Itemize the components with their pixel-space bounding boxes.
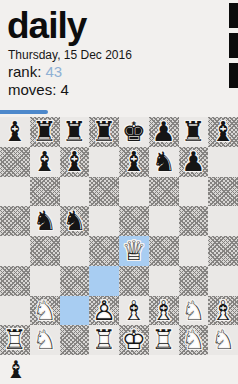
square-g7[interactable]: ♟	[179, 147, 209, 177]
piece-white-bishop: ♝	[208, 296, 238, 326]
square-h4[interactable]	[208, 236, 238, 266]
piece-white-bishop: ♝	[149, 296, 179, 326]
rank-value: 43	[46, 63, 63, 80]
square-f5[interactable]	[149, 206, 179, 236]
page-title: daily	[7, 4, 86, 48]
piece-black-rook: ♜	[89, 117, 119, 147]
square-e6[interactable]	[119, 177, 149, 207]
square-e4[interactable]: ♛	[119, 236, 149, 266]
really-bad-chess-screen: daily Thursday, 15 Dec 2016 rank: 43 mov…	[0, 0, 238, 384]
moves-label: moves:	[8, 81, 56, 98]
piece-black-bishop: ♝	[60, 147, 90, 177]
piece-black-king: ♚	[119, 117, 149, 147]
square-a3[interactable]	[0, 266, 30, 296]
square-a8[interactable]: ♝	[0, 117, 30, 147]
square-c5[interactable]: ♞	[60, 206, 90, 236]
square-f2[interactable]: ♝	[149, 296, 179, 326]
square-d8[interactable]: ♜	[89, 117, 119, 147]
square-b3[interactable]	[30, 266, 60, 296]
piece-black-rook: ♜	[30, 117, 60, 147]
piece-white-knight: ♞	[179, 296, 209, 326]
square-h2[interactable]: ♝	[208, 296, 238, 326]
square-a7[interactable]	[0, 147, 30, 177]
square-d5[interactable]	[89, 206, 119, 236]
piece-white-knight: ♞	[30, 296, 60, 326]
piece-black-bishop: ♝	[0, 117, 30, 147]
piece-black-pawn: ♟	[179, 147, 209, 177]
square-b8[interactable]: ♜	[30, 117, 60, 147]
square-b1[interactable]: ♞	[30, 325, 60, 355]
piece-black-knight: ♞	[30, 206, 60, 236]
square-g8[interactable]: ♜	[179, 117, 209, 147]
square-f1[interactable]: ♜	[149, 325, 179, 355]
square-a6[interactable]	[0, 177, 30, 207]
square-g3[interactable]	[179, 266, 209, 296]
square-d7[interactable]	[89, 147, 119, 177]
chess-board: ♝♜♜♜♚♟♜♝♝♝♝♞♟♞♞♛♞♟♝♝♞♝♜♞♜♚♜♞♞	[0, 117, 238, 355]
piece-black-pawn: ♟	[149, 117, 179, 147]
square-e1[interactable]: ♚	[119, 325, 149, 355]
piece-black-rook: ♜	[60, 117, 90, 147]
square-b4[interactable]	[30, 236, 60, 266]
square-h7[interactable]	[208, 147, 238, 177]
square-g4[interactable]	[179, 236, 209, 266]
square-a5[interactable]	[0, 206, 30, 236]
square-g6[interactable]	[179, 177, 209, 207]
moves-value: 4	[61, 81, 69, 98]
piece-white-queen: ♛	[119, 236, 149, 266]
piece-black-bishop: ♝	[208, 117, 238, 147]
hamburger-menu-icon	[229, 63, 238, 88]
piece-white-king: ♚	[119, 325, 149, 355]
square-h6[interactable]	[208, 177, 238, 207]
square-e3[interactable]	[119, 266, 149, 296]
square-e8[interactable]: ♚	[119, 117, 149, 147]
piece-white-rook: ♜	[149, 325, 179, 355]
square-e5[interactable]	[119, 206, 149, 236]
piece-white-rook: ♜	[89, 325, 119, 355]
rank-line: rank: 43	[8, 63, 62, 80]
square-g2[interactable]: ♞	[179, 296, 209, 326]
square-b2[interactable]: ♞	[30, 296, 60, 326]
piece-black-knight: ♞	[149, 147, 179, 177]
square-a1[interactable]: ♜	[0, 325, 30, 355]
square-h8[interactable]: ♝	[208, 117, 238, 147]
square-d6[interactable]	[89, 177, 119, 207]
square-b6[interactable]	[30, 177, 60, 207]
square-h5[interactable]	[208, 206, 238, 236]
piece-white-knight: ♞	[30, 325, 60, 355]
square-f6[interactable]	[149, 177, 179, 207]
square-b5[interactable]: ♞	[30, 206, 60, 236]
square-f8[interactable]: ♟	[149, 117, 179, 147]
moves-line: moves: 4	[8, 81, 69, 98]
piece-white-bishop: ♝	[119, 296, 149, 326]
square-h1[interactable]: ♞	[208, 325, 238, 355]
square-e2[interactable]: ♝	[119, 296, 149, 326]
captured-black-bishop: ♝	[4, 356, 28, 384]
piece-white-rook: ♜	[0, 325, 30, 355]
square-e7[interactable]: ♝	[119, 147, 149, 177]
square-g5[interactable]	[179, 206, 209, 236]
square-h3[interactable]	[208, 266, 238, 296]
piece-white-knight: ♞	[179, 325, 209, 355]
square-d1[interactable]: ♜	[89, 325, 119, 355]
square-c8[interactable]: ♜	[60, 117, 90, 147]
captured-pieces-tray: ♝	[4, 356, 234, 384]
square-a4[interactable]	[0, 236, 30, 266]
square-f7[interactable]: ♞	[149, 147, 179, 177]
square-b7[interactable]: ♝	[30, 147, 60, 177]
square-a2[interactable]	[0, 296, 30, 326]
rank-label: rank:	[8, 63, 41, 80]
square-c3[interactable]	[60, 266, 90, 296]
piece-black-bishop: ♝	[119, 147, 149, 177]
square-d3[interactable]	[89, 266, 119, 296]
square-g1[interactable]: ♞	[179, 325, 209, 355]
piece-white-knight: ♞	[208, 325, 238, 355]
square-d2[interactable]: ♟	[89, 296, 119, 326]
square-f4[interactable]	[149, 236, 179, 266]
square-c2[interactable]	[60, 296, 90, 326]
square-c6[interactable]	[60, 177, 90, 207]
piece-black-rook: ♜	[179, 117, 209, 147]
square-c7[interactable]: ♝	[60, 147, 90, 177]
hamburger-menu-icon	[229, 3, 238, 28]
square-c1[interactable]	[60, 325, 90, 355]
piece-black-knight: ♞	[60, 206, 90, 236]
hamburger-menu-icon	[229, 33, 238, 58]
progress-bar	[0, 110, 48, 114]
piece-black-bishop: ♝	[30, 147, 60, 177]
date-label: Thursday, 15 Dec 2016	[8, 48, 132, 62]
piece-white-pawn: ♟	[89, 296, 119, 326]
menu-button[interactable]	[228, 0, 238, 90]
square-f3[interactable]	[149, 266, 179, 296]
square-d4[interactable]	[89, 236, 119, 266]
square-c4[interactable]	[60, 236, 90, 266]
